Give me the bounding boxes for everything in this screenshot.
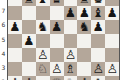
square-c2[interactable] <box>36 76 50 80</box>
square-b7[interactable] <box>22 6 36 20</box>
square-c4[interactable]: ♙ <box>36 48 50 62</box>
board-grid: ♜♝♛♜♚♟♟♝♟♟♞♟♞♟♟♙♙♘♙♗♙♙♙♙♕♘♙♗ <box>7 0 120 80</box>
square-f7[interactable]: ♟ <box>77 6 91 20</box>
chess-diagram: 8765432 ♜♝♛♜♚♟♟♝♟♟♞♟♞♟♟♙♙♘♙♗♙♙♙♙♕♘♙♗ <box>0 0 120 80</box>
white-pawn-icon: ♙ <box>64 48 78 62</box>
black-knight-icon: ♞ <box>36 20 50 34</box>
square-f6[interactable]: ♞ <box>77 20 91 34</box>
black-pawn-icon: ♟ <box>77 6 91 20</box>
square-g4[interactable] <box>91 48 105 62</box>
square-e6[interactable] <box>64 20 78 34</box>
square-h6[interactable] <box>105 20 119 34</box>
rank-label-3: 3 <box>0 64 7 71</box>
square-d3[interactable]: ♙ <box>50 62 64 76</box>
white-pawn-icon: ♙ <box>36 48 50 62</box>
square-b3[interactable] <box>22 62 36 76</box>
square-h2[interactable] <box>105 76 119 80</box>
black-pawn-icon: ♟ <box>64 6 78 20</box>
square-a6[interactable]: ♟ <box>8 20 22 34</box>
square-e2[interactable]: ♘ <box>64 76 78 80</box>
rank-label-2: 2 <box>0 78 7 80</box>
black-bishop-icon: ♝ <box>91 6 105 20</box>
square-d6[interactable]: ♟ <box>50 20 64 34</box>
square-g2[interactable]: ♗ <box>91 76 105 80</box>
white-pawn-icon: ♙ <box>8 76 22 80</box>
black-pawn-icon: ♟ <box>8 20 22 34</box>
white-pawn-icon: ♙ <box>22 76 36 80</box>
square-d7[interactable] <box>50 6 64 20</box>
square-h5[interactable] <box>105 34 119 48</box>
black-pawn-icon: ♟ <box>91 20 105 34</box>
white-knight-icon: ♘ <box>64 76 78 80</box>
black-knight-icon: ♞ <box>77 20 91 34</box>
square-f3[interactable] <box>77 62 91 76</box>
square-a5[interactable] <box>8 34 22 48</box>
square-d5[interactable] <box>50 34 64 48</box>
rank-label-4: 4 <box>0 50 7 57</box>
square-g5[interactable] <box>91 34 105 48</box>
square-e4[interactable]: ♙ <box>64 48 78 62</box>
white-pawn-icon: ♙ <box>105 62 119 76</box>
square-h3[interactable]: ♙ <box>105 62 119 76</box>
square-c5[interactable] <box>36 34 50 48</box>
rank-label-5: 5 <box>0 36 7 43</box>
square-g3[interactable]: ♙ <box>91 62 105 76</box>
square-h7[interactable]: ♟ <box>105 6 119 20</box>
square-h4[interactable] <box>105 48 119 62</box>
square-d2[interactable]: ♕ <box>50 76 64 80</box>
square-a7[interactable] <box>8 6 22 20</box>
white-pawn-icon: ♙ <box>50 62 64 76</box>
square-e3[interactable]: ♗ <box>64 62 78 76</box>
white-knight-icon: ♘ <box>36 62 50 76</box>
square-b2[interactable]: ♙ <box>22 76 36 80</box>
square-b6[interactable] <box>22 20 36 34</box>
square-c3[interactable]: ♘ <box>36 62 50 76</box>
white-bishop-icon: ♗ <box>91 76 105 80</box>
rank-label-margin: 8765432 <box>0 0 7 80</box>
black-pawn-icon: ♟ <box>50 20 64 34</box>
square-g7[interactable]: ♝ <box>91 6 105 20</box>
square-f2[interactable]: ♙ <box>77 76 91 80</box>
square-b4[interactable] <box>22 48 36 62</box>
square-f4[interactable] <box>77 48 91 62</box>
square-e7[interactable]: ♟ <box>64 6 78 20</box>
square-a2[interactable]: ♙ <box>8 76 22 80</box>
square-a3[interactable] <box>8 62 22 76</box>
black-pawn-icon: ♟ <box>105 6 119 20</box>
square-c6[interactable]: ♞ <box>36 20 50 34</box>
white-pawn-icon: ♙ <box>77 76 91 80</box>
black-pawn-icon: ♟ <box>22 34 36 48</box>
square-e5[interactable] <box>64 34 78 48</box>
rank-label-7: 7 <box>0 7 7 14</box>
square-c7[interactable] <box>36 6 50 20</box>
square-b5[interactable]: ♟ <box>22 34 36 48</box>
rank-label-6: 6 <box>0 21 7 28</box>
square-a4[interactable] <box>8 48 22 62</box>
white-queen-icon: ♕ <box>50 76 64 80</box>
white-bishop-icon: ♗ <box>64 62 78 76</box>
square-d4[interactable] <box>50 48 64 62</box>
square-f5[interactable] <box>77 34 91 48</box>
white-pawn-icon: ♙ <box>91 62 105 76</box>
square-g6[interactable]: ♟ <box>91 20 105 34</box>
